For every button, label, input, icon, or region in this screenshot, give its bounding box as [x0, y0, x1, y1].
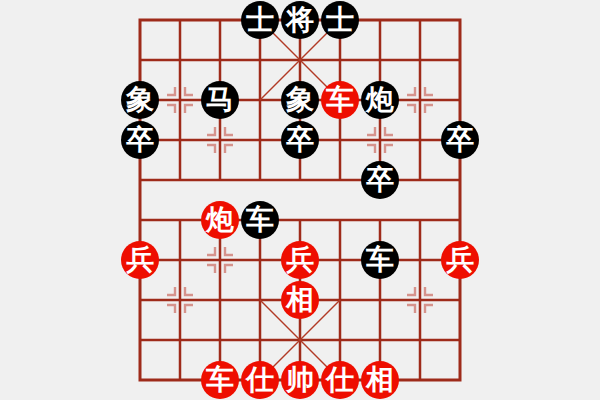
piece-black-advisor[interactable]: 士	[241, 1, 279, 39]
piece-red-chariot[interactable]: 车	[321, 81, 359, 119]
piece-red-cannon[interactable]: 炮	[201, 201, 239, 239]
piece-black-general[interactable]: 将	[281, 1, 319, 39]
piece-black-chariot[interactable]: 车	[361, 241, 399, 279]
piece-red-elephant[interactable]: 相	[281, 281, 319, 319]
piece-black-chariot[interactable]: 车	[241, 201, 279, 239]
piece-black-advisor[interactable]: 士	[321, 1, 359, 39]
piece-black-soldier[interactable]: 卒	[361, 161, 399, 199]
piece-red-soldier[interactable]: 兵	[281, 241, 319, 279]
xiangqi-app: 士将士象马象车炮卒卒卒卒炮车兵兵车兵相车仕帅仕相	[0, 0, 600, 400]
piece-black-cannon[interactable]: 炮	[361, 81, 399, 119]
piece-red-advisor[interactable]: 仕	[241, 361, 279, 399]
piece-black-horse[interactable]: 马	[201, 81, 239, 119]
piece-red-soldier[interactable]: 兵	[121, 241, 159, 279]
piece-red-soldier[interactable]: 兵	[441, 241, 479, 279]
piece-red-elephant[interactable]: 相	[361, 361, 399, 399]
piece-black-soldier[interactable]: 卒	[441, 121, 479, 159]
piece-red-advisor[interactable]: 仕	[321, 361, 359, 399]
piece-black-elephant[interactable]: 象	[281, 81, 319, 119]
piece-red-chariot[interactable]: 车	[201, 361, 239, 399]
piece-black-elephant[interactable]: 象	[121, 81, 159, 119]
piece-black-soldier[interactable]: 卒	[281, 121, 319, 159]
piece-black-soldier[interactable]: 卒	[121, 121, 159, 159]
piece-grid: 士将士象马象车炮卒卒卒卒炮车兵兵车兵相车仕帅仕相	[120, 0, 480, 400]
piece-red-general[interactable]: 帅	[281, 361, 319, 399]
